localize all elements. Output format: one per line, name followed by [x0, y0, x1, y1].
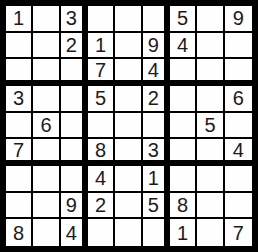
sudoku-cell-r1c4[interactable] — [88, 6, 115, 33]
sudoku-cell-r1c3[interactable]: 3 — [61, 6, 88, 33]
sudoku-cell-r6c4[interactable]: 8 — [88, 139, 115, 166]
sudoku-cell-r8c6[interactable]: 5 — [143, 193, 170, 220]
sudoku-cell-r3c8[interactable] — [197, 59, 224, 86]
sudoku-cell-r4c7[interactable] — [170, 86, 197, 113]
sudoku-cell-r9c1[interactable]: 8 — [6, 219, 33, 246]
sudoku-cell-r2c6[interactable]: 9 — [143, 33, 170, 60]
sudoku-cell-r7c5[interactable] — [115, 166, 142, 193]
sudoku-cell-r2c3[interactable]: 2 — [61, 33, 88, 60]
sudoku-cell-r9c3[interactable]: 4 — [61, 219, 88, 246]
sudoku-cell-r5c5[interactable] — [115, 113, 142, 140]
sudoku-cell-r1c9[interactable]: 9 — [225, 6, 252, 33]
sudoku-cell-r2c8[interactable] — [197, 33, 224, 60]
sudoku-cell-r9c4[interactable] — [88, 219, 115, 246]
sudoku-cell-r4c8[interactable] — [197, 86, 224, 113]
sudoku-cell-r4c4[interactable]: 5 — [88, 86, 115, 113]
sudoku-cell-r2c1[interactable] — [6, 33, 33, 60]
sudoku-cell-r4c9[interactable]: 6 — [225, 86, 252, 113]
sudoku-cell-r1c7[interactable]: 5 — [170, 6, 197, 33]
sudoku-cell-r6c9[interactable]: 4 — [225, 139, 252, 166]
sudoku-cell-r6c5[interactable] — [115, 139, 142, 166]
sudoku-cell-r6c3[interactable] — [61, 139, 88, 166]
sudoku-cell-r5c1[interactable] — [6, 113, 33, 140]
sudoku-cell-r9c7[interactable]: 1 — [170, 219, 197, 246]
sudoku-cell-r9c2[interactable] — [33, 219, 60, 246]
sudoku-cell-r6c2[interactable] — [33, 139, 60, 166]
sudoku-cell-r7c2[interactable] — [33, 166, 60, 193]
sudoku-cell-r3c5[interactable] — [115, 59, 142, 86]
sudoku-cell-r5c4[interactable] — [88, 113, 115, 140]
sudoku-cell-r7c3[interactable] — [61, 166, 88, 193]
sudoku-cell-r5c8[interactable]: 5 — [197, 113, 224, 140]
sudoku-cell-r1c1[interactable]: 1 — [6, 6, 33, 33]
sudoku-cell-r6c6[interactable]: 3 — [143, 139, 170, 166]
sudoku-cell-r2c9[interactable] — [225, 33, 252, 60]
sudoku-cell-r7c6[interactable]: 1 — [143, 166, 170, 193]
sudoku-cell-r7c1[interactable] — [6, 166, 33, 193]
sudoku-cell-r5c6[interactable] — [143, 113, 170, 140]
sudoku-cell-r8c2[interactable] — [33, 193, 60, 220]
sudoku-cell-r4c5[interactable] — [115, 86, 142, 113]
sudoku-cell-r7c7[interactable] — [170, 166, 197, 193]
sudoku-cell-r8c3[interactable]: 9 — [61, 193, 88, 220]
sudoku-cell-r8c9[interactable] — [225, 193, 252, 220]
sudoku-cell-r1c5[interactable] — [115, 6, 142, 33]
sudoku-cell-r3c3[interactable] — [61, 59, 88, 86]
sudoku-cell-r8c5[interactable] — [115, 193, 142, 220]
sudoku-cell-r6c1[interactable]: 7 — [6, 139, 33, 166]
sudoku-cell-r8c1[interactable] — [6, 193, 33, 220]
sudoku-cell-r5c2[interactable]: 6 — [33, 113, 60, 140]
sudoku-cell-r8c7[interactable]: 8 — [170, 193, 197, 220]
sudoku-cell-r4c3[interactable] — [61, 86, 88, 113]
sudoku-cell-r7c8[interactable] — [197, 166, 224, 193]
sudoku-board: 135921947435266578344192588417 — [0, 0, 258, 252]
sudoku-cell-r5c9[interactable] — [225, 113, 252, 140]
sudoku-cell-r1c6[interactable] — [143, 6, 170, 33]
sudoku-cell-r9c9[interactable]: 7 — [225, 219, 252, 246]
sudoku-cell-r3c6[interactable]: 4 — [143, 59, 170, 86]
sudoku-cell-r2c7[interactable]: 4 — [170, 33, 197, 60]
sudoku-cell-r3c9[interactable] — [225, 59, 252, 86]
sudoku-cell-r3c4[interactable]: 7 — [88, 59, 115, 86]
sudoku-cell-r8c4[interactable]: 2 — [88, 193, 115, 220]
sudoku-cell-r9c8[interactable] — [197, 219, 224, 246]
sudoku-cell-r5c7[interactable] — [170, 113, 197, 140]
sudoku-cell-r6c7[interactable] — [170, 139, 197, 166]
sudoku-cell-r9c5[interactable] — [115, 219, 142, 246]
sudoku-cell-r2c4[interactable]: 1 — [88, 33, 115, 60]
sudoku-cell-r9c6[interactable] — [143, 219, 170, 246]
sudoku-cell-r1c8[interactable] — [197, 6, 224, 33]
sudoku-cell-r6c8[interactable] — [197, 139, 224, 166]
sudoku-cell-r4c2[interactable] — [33, 86, 60, 113]
sudoku-cell-r3c2[interactable] — [33, 59, 60, 86]
sudoku-cell-r8c8[interactable] — [197, 193, 224, 220]
sudoku-cell-r4c1[interactable]: 3 — [6, 86, 33, 113]
sudoku-cell-r3c7[interactable] — [170, 59, 197, 86]
sudoku-cell-r7c9[interactable] — [225, 166, 252, 193]
sudoku-cell-r2c2[interactable] — [33, 33, 60, 60]
sudoku-cell-r7c4[interactable]: 4 — [88, 166, 115, 193]
sudoku-cell-r4c6[interactable]: 2 — [143, 86, 170, 113]
sudoku-cell-r1c2[interactable] — [33, 6, 60, 33]
sudoku-cell-r3c1[interactable] — [6, 59, 33, 86]
sudoku-cell-r5c3[interactable] — [61, 113, 88, 140]
sudoku-cell-r2c5[interactable] — [115, 33, 142, 60]
